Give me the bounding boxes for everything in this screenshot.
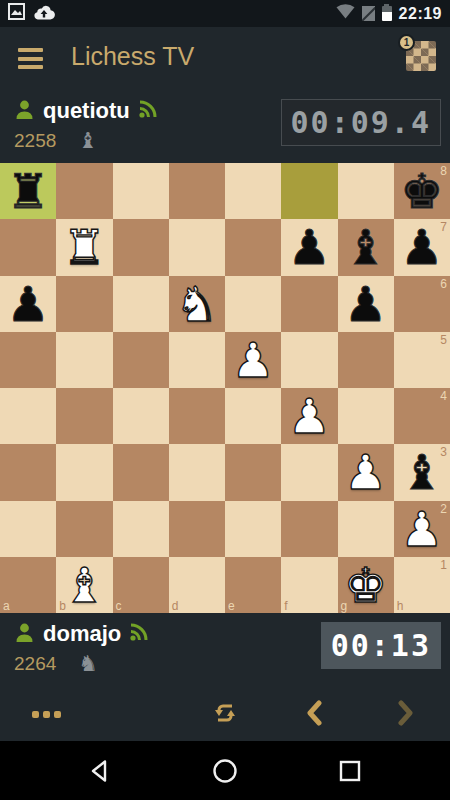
square-c7[interactable] (113, 219, 169, 275)
square-c5[interactable] (113, 332, 169, 388)
square-a4[interactable] (0, 388, 56, 444)
coord-file-d: d (172, 600, 179, 612)
square-c1[interactable]: c (113, 557, 169, 613)
square-f2[interactable] (281, 501, 337, 557)
player-top-bar: quetiotu 2258 ♝ 00:09.4 (0, 90, 450, 163)
square-h1[interactable]: 1h (394, 557, 450, 613)
cloud-upload-icon (33, 4, 55, 24)
square-d5[interactable] (169, 332, 225, 388)
material-knight-icon: ♞ (78, 653, 98, 675)
android-status-bar: 22:19 (0, 0, 450, 27)
square-a6[interactable]: ♟ (0, 276, 56, 332)
home-icon (212, 758, 238, 784)
square-b3[interactable] (56, 444, 112, 500)
battery-icon (382, 6, 392, 21)
square-b7[interactable]: ♜ (56, 219, 112, 275)
back-icon (87, 758, 113, 784)
square-h6[interactable]: 6 (394, 276, 450, 332)
square-a1[interactable]: a (0, 557, 56, 613)
piece-wk-g1[interactable]: ♚ (338, 557, 394, 613)
page-title: Lichess TV (71, 42, 194, 71)
square-f6[interactable] (281, 276, 337, 332)
square-d6[interactable]: ♞ (169, 276, 225, 332)
player-top-name[interactable]: quetiotu (43, 98, 130, 124)
square-b5[interactable] (56, 332, 112, 388)
no-sim-icon (362, 6, 375, 21)
coord-rank-1: 1 (440, 559, 447, 571)
piece-bp-h7[interactable]: ♟ (394, 219, 450, 275)
square-e3[interactable] (225, 444, 281, 500)
square-d2[interactable] (169, 501, 225, 557)
player-bottom-bar: domajo 2264 ♞ 00:13 (0, 613, 450, 688)
menu-button[interactable] (18, 48, 43, 69)
square-g3[interactable]: ♟ (338, 444, 394, 500)
square-g7[interactable]: ♝ (338, 219, 394, 275)
square-e4[interactable] (225, 388, 281, 444)
piece-wb-b1[interactable]: ♝ (56, 557, 112, 613)
piece-wn-d6[interactable]: ♞ (169, 276, 225, 332)
android-nav-bar (0, 741, 450, 800)
square-h2[interactable]: 2♟ (394, 501, 450, 557)
broadcast-icon (138, 99, 158, 123)
coord-rank-5: 5 (440, 334, 447, 346)
square-d8[interactable] (169, 163, 225, 219)
square-f4[interactable]: ♟ (281, 388, 337, 444)
square-b6[interactable] (56, 276, 112, 332)
player-online-icon (14, 622, 35, 647)
square-a7[interactable] (0, 219, 56, 275)
nav-back-button[interactable] (60, 741, 140, 800)
square-g5[interactable] (338, 332, 394, 388)
square-b4[interactable] (56, 388, 112, 444)
square-g2[interactable] (338, 501, 394, 557)
square-e6[interactable] (225, 276, 281, 332)
square-h8[interactable]: 8♚ (394, 163, 450, 219)
tv-channels-button[interactable]: 1 (406, 41, 436, 71)
square-d4[interactable] (169, 388, 225, 444)
coord-file-f: f (284, 600, 287, 612)
previous-move-button[interactable] (285, 688, 345, 741)
chevron-left-icon (303, 700, 327, 730)
square-h4[interactable]: 4 (394, 388, 450, 444)
broadcast-icon (129, 622, 149, 646)
square-c2[interactable] (113, 501, 169, 557)
piece-wr-b7[interactable]: ♜ (56, 219, 112, 275)
piece-wp-g3[interactable]: ♟ (338, 444, 394, 500)
piece-bp-f7[interactable]: ♟ (281, 219, 337, 275)
square-g6[interactable]: ♟ (338, 276, 394, 332)
flip-board-icon (211, 699, 239, 731)
tv-badge: 1 (398, 34, 415, 51)
wifi-icon (336, 4, 355, 23)
player-top-clock: 00:09.4 (281, 99, 441, 146)
square-f3[interactable] (281, 444, 337, 500)
status-time: 22:19 (399, 5, 442, 23)
chess-board[interactable]: ♜8♚♜♟♝7♟♟♞♟6♟5♟4♟3♝2♟ab♝cdefg♚1h (0, 163, 450, 613)
piece-wp-e5[interactable]: ♟ (225, 332, 281, 388)
piece-wp-f4[interactable]: ♟ (281, 388, 337, 444)
material-bishop-icon: ♝ (78, 130, 98, 152)
recent-apps-icon (337, 758, 363, 784)
piece-bb-g7[interactable]: ♝ (338, 219, 394, 275)
square-f5[interactable] (281, 332, 337, 388)
square-d1[interactable]: d (169, 557, 225, 613)
game-toolbar (0, 688, 450, 741)
square-c4[interactable] (113, 388, 169, 444)
piece-bp-g6[interactable]: ♟ (338, 276, 394, 332)
coord-file-e: e (228, 600, 235, 612)
player-bottom-rating: 2264 (14, 653, 56, 675)
square-a8[interactable]: ♜ (0, 163, 56, 219)
square-b8[interactable] (56, 163, 112, 219)
square-a2[interactable] (0, 501, 56, 557)
square-g8[interactable] (338, 163, 394, 219)
square-g1[interactable]: g♚ (338, 557, 394, 613)
square-c6[interactable] (113, 276, 169, 332)
screen: 22:19 Lichess TV 1 quetiotu 2258 ♝ 00:09… (0, 0, 450, 800)
square-h5[interactable]: 5 (394, 332, 450, 388)
piece-wp-h2[interactable]: ♟ (394, 501, 450, 557)
coord-file-c: c (116, 600, 122, 612)
coord-file-a: a (3, 600, 10, 612)
square-f7[interactable]: ♟ (281, 219, 337, 275)
square-e2[interactable] (225, 501, 281, 557)
square-e8[interactable] (225, 163, 281, 219)
square-h7[interactable]: 7♟ (394, 219, 450, 275)
piece-bb-h3[interactable]: ♝ (394, 444, 450, 500)
square-e1[interactable]: e (225, 557, 281, 613)
square-g4[interactable] (338, 388, 394, 444)
square-e5[interactable]: ♟ (225, 332, 281, 388)
player-top-rating: 2258 (14, 130, 56, 152)
square-c3[interactable] (113, 444, 169, 500)
screenshot-icon (8, 3, 25, 24)
more-options-icon (32, 711, 61, 718)
coord-file-h: h (397, 600, 404, 612)
piece-bk-h8[interactable]: ♚ (394, 163, 450, 219)
square-f1[interactable]: f (281, 557, 337, 613)
square-d3[interactable] (169, 444, 225, 500)
square-d7[interactable] (169, 219, 225, 275)
piece-br-a8[interactable]: ♜ (0, 163, 56, 219)
square-h3[interactable]: 3♝ (394, 444, 450, 500)
app-header: Lichess TV 1 (0, 27, 450, 90)
coord-rank-4: 4 (440, 390, 447, 402)
nav-recents-button[interactable] (310, 741, 390, 800)
square-b2[interactable] (56, 501, 112, 557)
square-a5[interactable] (0, 332, 56, 388)
player-bottom-clock: 00:13 (321, 622, 441, 669)
piece-bp-a6[interactable]: ♟ (0, 276, 56, 332)
square-a3[interactable] (0, 444, 56, 500)
square-e7[interactable] (225, 219, 281, 275)
more-options-button[interactable] (16, 688, 76, 741)
coord-rank-6: 6 (440, 278, 447, 290)
player-online-icon (14, 99, 35, 124)
nav-home-button[interactable] (185, 741, 265, 800)
flip-board-button[interactable] (195, 688, 255, 741)
next-move-button[interactable] (375, 688, 435, 741)
chevron-right-icon (393, 700, 417, 730)
square-f8[interactable] (281, 163, 337, 219)
player-bottom-name[interactable]: domajo (43, 621, 121, 647)
square-c8[interactable] (113, 163, 169, 219)
square-b1[interactable]: b♝ (56, 557, 112, 613)
